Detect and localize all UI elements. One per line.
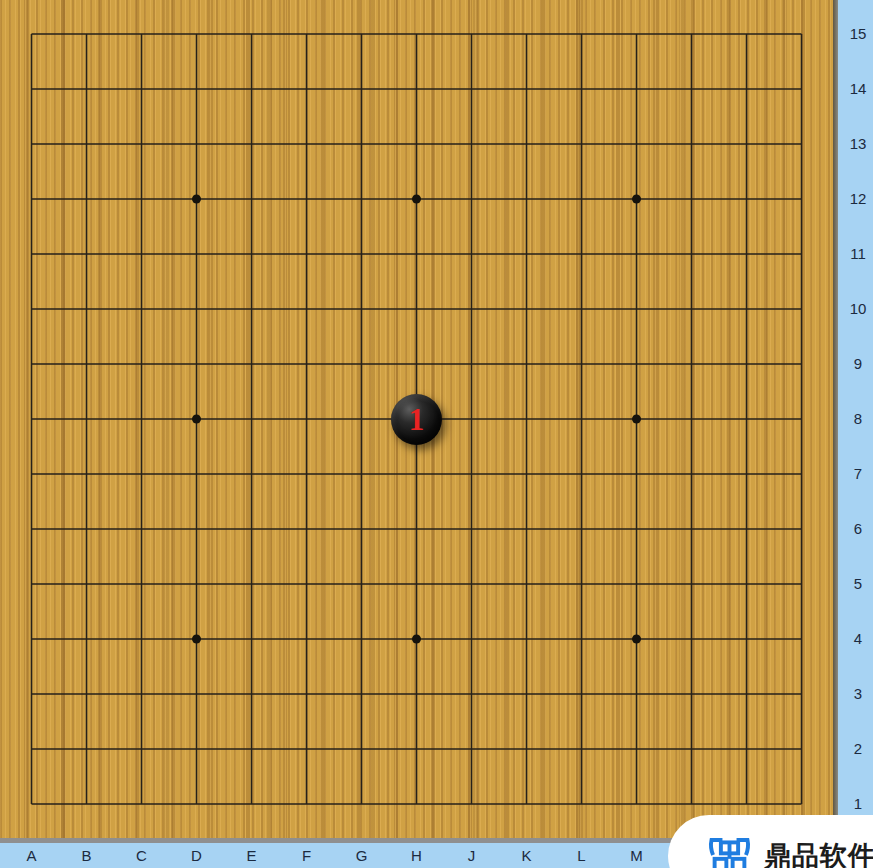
row-label-5: 5 [843, 574, 873, 594]
column-label-h: H [402, 845, 432, 867]
move-number-label: 1 [409, 404, 425, 435]
star-point [632, 635, 641, 644]
row-label-4: 4 [843, 629, 873, 649]
column-label-e: E [237, 845, 267, 867]
column-label-l: L [567, 845, 597, 867]
dingpin-logo-icon [706, 834, 753, 868]
row-label-15: 15 [843, 24, 873, 44]
row-label-3: 3 [843, 684, 873, 704]
column-label-a: A [17, 845, 47, 867]
star-point [632, 195, 641, 204]
watermark-text: 鼎品软件 [764, 838, 873, 868]
stone-black-h8[interactable]: 1 [391, 394, 442, 445]
row-label-13: 13 [843, 134, 873, 154]
row-coordinate-strip [838, 0, 873, 868]
go-app-window: 123456789101112131415ABCDEFGHJKLM 1 鼎品软件 [0, 0, 873, 868]
row-label-10: 10 [843, 299, 873, 319]
row-label-14: 14 [843, 79, 873, 99]
row-label-12: 12 [843, 189, 873, 209]
column-label-k: K [512, 845, 542, 867]
row-label-9: 9 [843, 354, 873, 374]
column-label-g: G [347, 845, 377, 867]
row-label-8: 8 [843, 409, 873, 429]
watermark-badge: 鼎品软件 [668, 815, 873, 868]
star-point [632, 415, 641, 424]
column-label-c: C [127, 845, 157, 867]
column-label-m: M [622, 845, 652, 867]
star-point [192, 195, 201, 204]
column-label-j: J [457, 845, 487, 867]
row-label-2: 2 [843, 739, 873, 759]
column-label-d: D [182, 845, 212, 867]
star-point [192, 415, 201, 424]
star-point [412, 635, 421, 644]
star-point [192, 635, 201, 644]
column-label-f: F [292, 845, 322, 867]
star-point [412, 195, 421, 204]
column-label-b: B [72, 845, 102, 867]
row-label-1: 1 [843, 794, 873, 814]
row-label-7: 7 [843, 464, 873, 484]
row-label-11: 11 [843, 244, 873, 264]
row-label-6: 6 [843, 519, 873, 539]
